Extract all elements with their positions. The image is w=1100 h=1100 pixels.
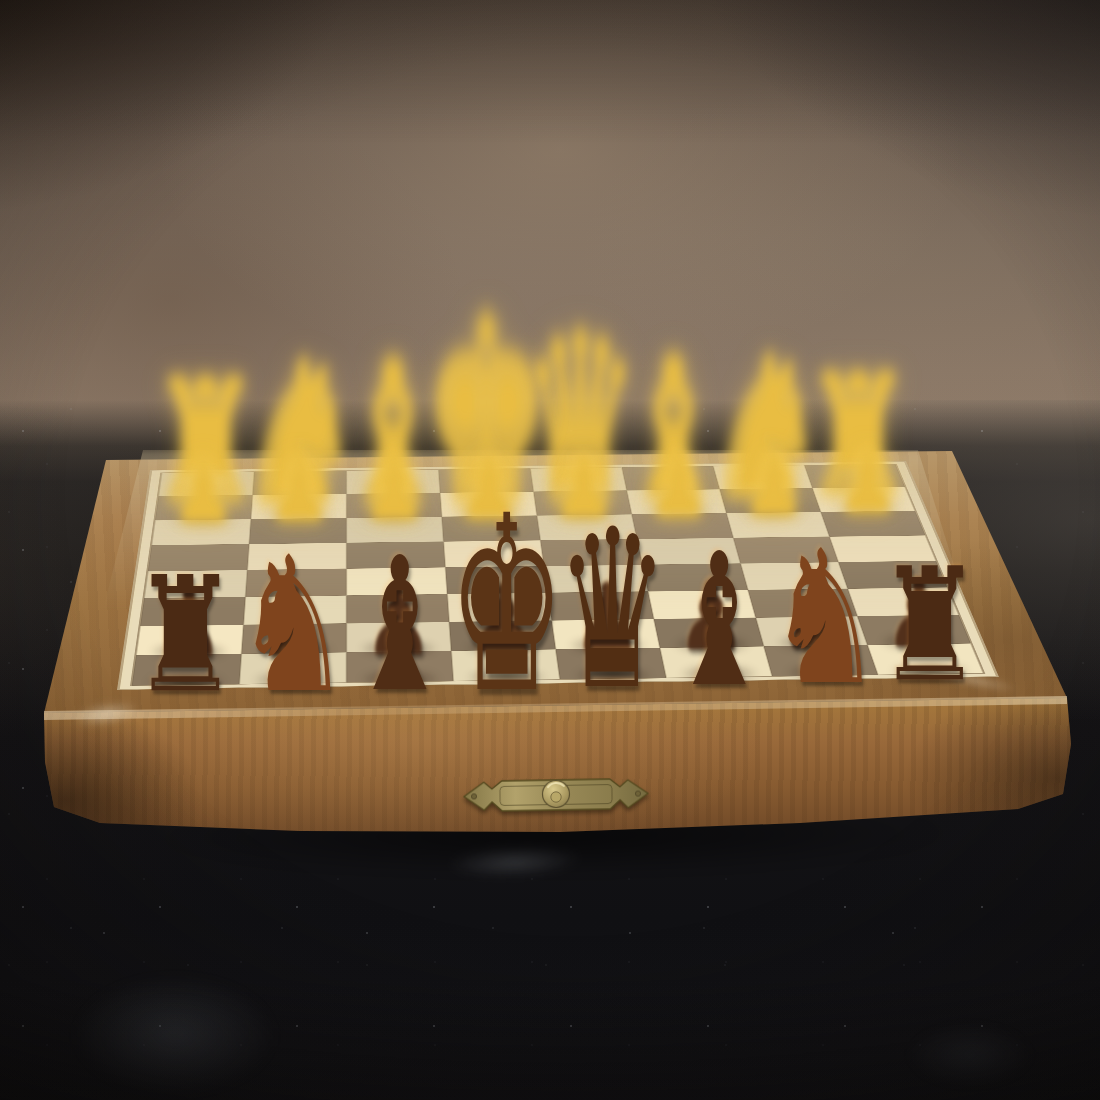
photo-scene: ♜♞♝♛♚♝♞♜♟♟♟♟♟♟♟♟♟♟♟♟♟♟♟♟♜♞♝♛♚♝♞♜ (0, 0, 1100, 1100)
square-c8 (660, 646, 772, 677)
focus-haze (88, 450, 978, 610)
square-b8 (764, 645, 878, 676)
square-g7 (241, 623, 346, 653)
square-f7 (346, 622, 451, 652)
square-d7 (552, 619, 660, 649)
square-h7 (136, 625, 243, 656)
brass-latch (458, 768, 655, 821)
table-scuff (880, 1010, 1060, 1100)
square-a8 (867, 643, 983, 674)
square-a7 (857, 615, 970, 645)
square-c7 (654, 618, 764, 648)
square-d8 (556, 648, 666, 679)
square-e8 (451, 649, 560, 681)
square-g8 (239, 652, 346, 684)
square-b7 (756, 616, 868, 646)
square-e7 (449, 621, 556, 651)
square-h8 (132, 654, 242, 686)
square-f8 (346, 651, 453, 683)
latch-graphic (458, 768, 655, 821)
